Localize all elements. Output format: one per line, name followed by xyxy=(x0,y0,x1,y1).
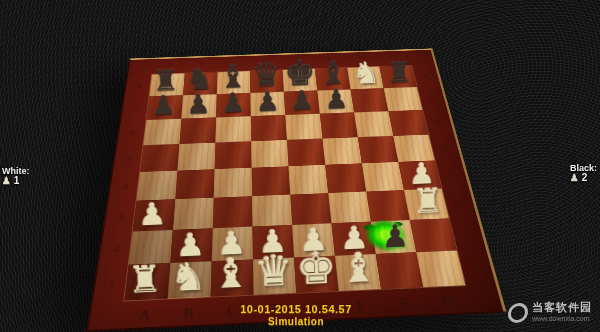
game-mode-label: Simulation xyxy=(206,316,386,327)
square-g5[interactable] xyxy=(358,136,399,164)
square-h1[interactable] xyxy=(416,251,465,288)
file-label-top-B: B xyxy=(185,60,218,66)
file-label-top-A: A xyxy=(153,61,186,67)
white-capture-panel: White: ♟ 1 xyxy=(2,166,30,186)
pawn-icon: ♟ xyxy=(570,172,579,183)
file-label-bottom-B: B xyxy=(166,304,211,322)
square-d1[interactable]: ♛ xyxy=(253,258,296,295)
square-f3[interactable] xyxy=(328,191,371,223)
square-e8[interactable]: ♚ xyxy=(283,69,318,92)
pawn-icon: ♟ xyxy=(2,175,11,186)
rank-label-left-2: 2 xyxy=(105,232,128,266)
square-f1[interactable]: ♝ xyxy=(335,254,381,291)
square-b6[interactable] xyxy=(179,118,216,144)
square-f6[interactable] xyxy=(320,113,358,139)
square-g7[interactable] xyxy=(351,88,389,112)
rank-label-left-8: 8 xyxy=(130,75,148,98)
watermark-site-url: www.downxia.com xyxy=(532,313,592,324)
piece-black-rook[interactable]: ♜ xyxy=(386,58,413,88)
square-c4[interactable] xyxy=(214,168,252,198)
piece-black-pawn[interactable]: ♟ xyxy=(290,86,315,113)
file-label-top-H: H xyxy=(377,54,410,60)
rank-label-left-6: 6 xyxy=(123,120,143,146)
piece-black-pawn[interactable]: ♟ xyxy=(186,90,211,118)
file-label-top-E: E xyxy=(282,57,314,63)
piece-black-king[interactable]: ♚ xyxy=(284,55,317,91)
piece-black-queen[interactable]: ♛ xyxy=(251,57,282,91)
piece-white-knight[interactable]: ♞ xyxy=(170,256,206,296)
square-d4[interactable] xyxy=(252,166,291,196)
board-shadow-overlay xyxy=(124,66,465,301)
watermark-site-name: 当客软件园 xyxy=(532,302,592,313)
square-e5[interactable] xyxy=(287,138,325,166)
file-label-bottom-G: G xyxy=(382,295,428,312)
rank-label-left-7: 7 xyxy=(127,97,146,121)
piece-white-queen[interactable]: ♛ xyxy=(254,249,294,293)
rank-label-left-3: 3 xyxy=(110,201,132,233)
square-h5[interactable] xyxy=(393,134,435,162)
piece-black-pawn[interactable]: ♟ xyxy=(324,85,349,112)
rank-label-left-5: 5 xyxy=(119,145,139,172)
status-bar: 10-01-2015 10.54.57 Simulation xyxy=(206,303,386,327)
game-timestamp: 10-01-2015 10.54.57 xyxy=(206,303,386,315)
piece-white-rook[interactable]: ♜ xyxy=(413,183,444,218)
board-3d-wrapper: ♜♞♝♛♚♝♞♜♟♟♟♟♟♟♟♟♜♟♟♟♟♟♟♜♞♝♛♚♝ AABBCCDDEE… xyxy=(88,0,504,322)
square-a2[interactable] xyxy=(129,230,173,265)
piece-white-rook[interactable]: ♜ xyxy=(128,260,163,298)
square-d6[interactable] xyxy=(251,115,287,141)
piece-white-pawn[interactable]: ♟ xyxy=(176,228,206,261)
square-a5[interactable] xyxy=(140,144,179,172)
square-b3[interactable] xyxy=(173,198,214,230)
piece-white-pawn[interactable]: ♟ xyxy=(340,221,369,254)
square-g2[interactable]: ♟ xyxy=(371,220,417,254)
square-e3[interactable] xyxy=(290,193,331,225)
piece-white-pawn[interactable]: ♟ xyxy=(299,223,328,256)
square-e2[interactable]: ♟ xyxy=(292,223,335,257)
square-h3[interactable]: ♜ xyxy=(404,188,449,220)
piece-black-bishop[interactable]: ♝ xyxy=(318,57,348,90)
rank-label-right-3: 3 xyxy=(446,188,471,219)
watermark: 当客软件园 www.downxia.com xyxy=(508,302,592,324)
piece-white-pawn[interactable]: ♟ xyxy=(217,226,247,259)
piece-white-bishop[interactable]: ♝ xyxy=(212,253,250,295)
game-scene: ♜♞♝♛♚♝♞♜♟♟♟♟♟♟♟♟♜♟♟♟♟♟♟♜♞♝♛♚♝ AABBCCDDEE… xyxy=(0,0,600,332)
chess-board[interactable]: ♜♞♝♛♚♝♞♜♟♟♟♟♟♟♟♟♜♟♟♟♟♟♟♜♞♝♛♚♝ AABBCCDDEE… xyxy=(86,48,506,331)
rank-label-left-1: 1 xyxy=(100,265,124,302)
board-grid[interactable]: ♜♞♝♛♚♝♞♜♟♟♟♟♟♟♟♟♜♟♟♟♟♟♟♜♞♝♛♚♝ xyxy=(124,66,465,301)
square-b4[interactable] xyxy=(175,169,214,199)
square-e4[interactable] xyxy=(288,165,328,195)
square-f7[interactable]: ♟ xyxy=(317,89,354,113)
file-label-top-F: F xyxy=(314,56,347,62)
square-a8[interactable]: ♜ xyxy=(149,73,185,96)
file-label-bottom-H: H xyxy=(425,293,471,310)
piece-black-rook[interactable]: ♜ xyxy=(152,65,179,95)
piece-white-king[interactable]: ♚ xyxy=(296,245,337,291)
square-d3[interactable] xyxy=(252,195,292,227)
rank-label-right-1: 1 xyxy=(461,250,489,285)
file-label-top-C: C xyxy=(218,59,250,65)
piece-black-bishop[interactable]: ♝ xyxy=(218,60,248,93)
piece-white-knight[interactable]: ♞ xyxy=(352,57,380,88)
rank-label-left-4: 4 xyxy=(115,172,136,201)
piece-black-pawn[interactable]: ♟ xyxy=(255,87,280,114)
square-g3[interactable] xyxy=(366,190,410,222)
square-d5[interactable] xyxy=(251,140,288,168)
square-b8[interactable]: ♞ xyxy=(183,72,217,95)
file-label-bottom-A: A xyxy=(122,306,168,324)
square-f4[interactable] xyxy=(325,163,366,193)
square-b2[interactable]: ♟ xyxy=(170,228,212,263)
watermark-logo-icon xyxy=(507,303,530,323)
square-c3[interactable] xyxy=(213,196,253,228)
black-capture-panel: Black: ♟ 2 xyxy=(570,163,597,183)
file-label-top-G: G xyxy=(345,55,378,61)
square-h8[interactable]: ♜ xyxy=(379,66,416,89)
piece-black-pawn[interactable]: ♟ xyxy=(381,220,410,253)
square-c7[interactable]: ♟ xyxy=(216,93,251,118)
square-g4[interactable] xyxy=(362,162,404,192)
square-b5[interactable] xyxy=(177,142,215,170)
square-e6[interactable] xyxy=(285,114,322,140)
rank-label-right-8: 8 xyxy=(415,65,435,87)
black-count: 2 xyxy=(582,172,588,183)
square-c5[interactable] xyxy=(215,141,252,169)
rank-label-right-2: 2 xyxy=(453,217,479,250)
piece-black-pawn[interactable]: ♟ xyxy=(151,91,176,119)
piece-black-pawn[interactable]: ♟ xyxy=(220,89,245,117)
square-d7[interactable]: ♟ xyxy=(250,92,285,117)
piece-white-pawn[interactable]: ♟ xyxy=(138,198,167,230)
rank-label-right-4: 4 xyxy=(439,160,463,189)
square-d2[interactable]: ♟ xyxy=(252,225,294,259)
square-c2[interactable]: ♟ xyxy=(212,227,253,262)
square-h4[interactable]: ♟ xyxy=(398,161,441,190)
piece-white-pawn[interactable]: ♟ xyxy=(408,158,435,188)
square-a4[interactable] xyxy=(137,171,178,201)
square-c1[interactable]: ♝ xyxy=(211,259,254,296)
square-a3[interactable]: ♟ xyxy=(133,199,175,231)
square-h7[interactable] xyxy=(384,87,423,111)
square-f8[interactable]: ♝ xyxy=(315,68,351,91)
explosion-effect xyxy=(356,214,421,257)
file-label-top-D: D xyxy=(250,58,282,64)
piece-black-knight[interactable]: ♞ xyxy=(185,63,214,94)
square-b7[interactable]: ♟ xyxy=(181,94,216,119)
square-g6[interactable] xyxy=(354,111,393,137)
piece-white-pawn[interactable]: ♟ xyxy=(258,225,288,258)
square-a6[interactable] xyxy=(143,119,181,145)
rank-label-right-6: 6 xyxy=(426,109,448,134)
square-f2[interactable]: ♟ xyxy=(331,222,375,256)
square-c8[interactable]: ♝ xyxy=(217,71,251,94)
white-count: 1 xyxy=(14,175,20,186)
board-coordinates: AABBCCDDEEFFGGHH1122334455667788 xyxy=(130,50,430,60)
square-g1[interactable] xyxy=(376,252,424,289)
square-h2[interactable] xyxy=(410,218,457,252)
piece-white-bishop[interactable]: ♝ xyxy=(340,247,378,289)
square-g8[interactable]: ♞ xyxy=(347,67,383,90)
square-f5[interactable] xyxy=(322,137,361,165)
square-b1[interactable]: ♞ xyxy=(168,261,212,298)
square-h6[interactable] xyxy=(388,110,428,136)
rank-label-right-7: 7 xyxy=(421,86,442,109)
rank-label-right-5: 5 xyxy=(432,134,455,161)
square-c6[interactable] xyxy=(215,116,251,142)
square-d8[interactable]: ♛ xyxy=(250,70,284,93)
square-a7[interactable]: ♟ xyxy=(146,95,183,120)
square-e7[interactable]: ♟ xyxy=(284,91,320,115)
square-a1[interactable]: ♜ xyxy=(124,263,170,301)
square-e1[interactable]: ♚ xyxy=(294,256,339,293)
